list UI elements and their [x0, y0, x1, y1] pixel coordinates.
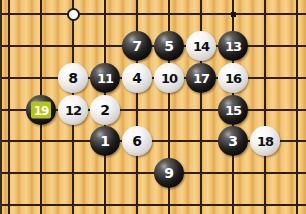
move-number: 16 — [225, 72, 241, 85]
stone-black-9: 9 — [154, 158, 184, 188]
move-number: 18 — [257, 135, 273, 148]
move-number: 17 — [193, 72, 209, 85]
grid-line-h-5 — [0, 172, 306, 174]
stone-black-11: 11 — [90, 63, 120, 93]
grid-line-h-1 — [0, 45, 306, 47]
stone-black-15: 15 — [218, 95, 248, 125]
stone-white-2: 2 — [90, 95, 120, 125]
stone-black-19: 19 — [26, 95, 56, 125]
grid-line-h-2 — [0, 77, 306, 79]
stone-black-7: 7 — [122, 31, 152, 61]
move-number: 5 — [164, 39, 174, 53]
grid-line-v-9 — [296, 0, 298, 214]
move-number: 12 — [65, 104, 81, 117]
move-number: 3 — [228, 134, 238, 148]
move-number: 10 — [161, 72, 177, 85]
move-number: 13 — [225, 40, 241, 53]
stone-black-13: 13 — [218, 31, 248, 61]
board-left-edge-line — [0, 0, 2, 214]
grid-line-v-0 — [8, 0, 10, 214]
grid-line-h-0 — [0, 13, 306, 15]
stone-white-14: 14 — [186, 31, 216, 61]
move-number: 4 — [132, 71, 142, 85]
stone-white-16: 16 — [218, 63, 248, 93]
last-move-highlight: 19 — [31, 102, 51, 119]
stone-black-3: 3 — [218, 126, 248, 156]
grid-line-v-8 — [264, 0, 266, 214]
stone-white-4: 4 — [122, 63, 152, 93]
move-number: 14 — [193, 40, 209, 53]
grid-line-h-6 — [0, 204, 306, 206]
move-number: 15 — [225, 104, 241, 117]
stone-white-10: 10 — [154, 63, 184, 93]
stone-white-18: 18 — [250, 126, 280, 156]
star-point-icon — [231, 12, 236, 17]
stone-black-17: 17 — [186, 63, 216, 93]
circle-marker — [67, 8, 80, 21]
stone-black-5: 5 — [154, 31, 184, 61]
move-number: 1 — [100, 134, 110, 148]
stone-white-8: 8 — [58, 63, 88, 93]
stone-black-1: 1 — [90, 126, 120, 156]
move-number: 8 — [68, 71, 78, 85]
move-number: 2 — [100, 103, 110, 117]
stone-white-12: 12 — [58, 95, 88, 125]
move-number: 7 — [132, 39, 142, 53]
move-number: 11 — [97, 72, 113, 85]
go-board[interactable]: 12345678910111213141516171819 — [0, 0, 306, 214]
move-number: 9 — [164, 166, 174, 180]
move-number: 19 — [34, 104, 49, 116]
move-number: 6 — [132, 134, 142, 148]
stone-white-6: 6 — [122, 126, 152, 156]
